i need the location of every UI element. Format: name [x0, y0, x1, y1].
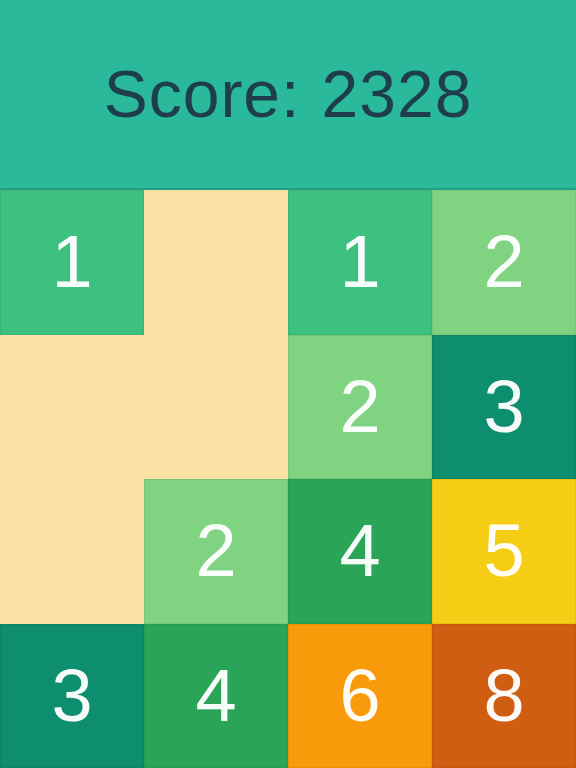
tile-3-r2c4[interactable]: 3 — [432, 335, 576, 480]
tile-4-r3c3[interactable]: 4 — [288, 479, 432, 624]
empty-cell-r3c1 — [0, 479, 144, 624]
tile-1-r1c3[interactable]: 1 — [288, 190, 432, 335]
score-value: 2328 — [322, 61, 473, 127]
empty-cell-r2c2 — [144, 335, 288, 480]
score-text: Score: 2328 — [104, 61, 473, 127]
game-board: 112232453468 — [0, 190, 576, 768]
tile-4-r4c2[interactable]: 4 — [144, 624, 288, 768]
tile-2-r1c4[interactable]: 2 — [432, 190, 576, 335]
tile-5-r3c4[interactable]: 5 — [432, 479, 576, 624]
tile-2-r2c3[interactable]: 2 — [288, 335, 432, 480]
empty-cell-r1c2 — [144, 190, 288, 335]
tile-1-r1c1[interactable]: 1 — [0, 190, 144, 335]
game-screen: Score: 2328 112232453468 — [0, 0, 576, 768]
tile-2-r3c2[interactable]: 2 — [144, 479, 288, 624]
empty-cell-r2c1 — [0, 335, 144, 480]
tile-8-r4c4[interactable]: 8 — [432, 624, 576, 768]
score-label: Score: — [104, 61, 301, 127]
score-header: Score: 2328 — [0, 0, 576, 190]
tile-3-r4c1[interactable]: 3 — [0, 624, 144, 768]
tile-6-r4c3[interactable]: 6 — [288, 624, 432, 768]
